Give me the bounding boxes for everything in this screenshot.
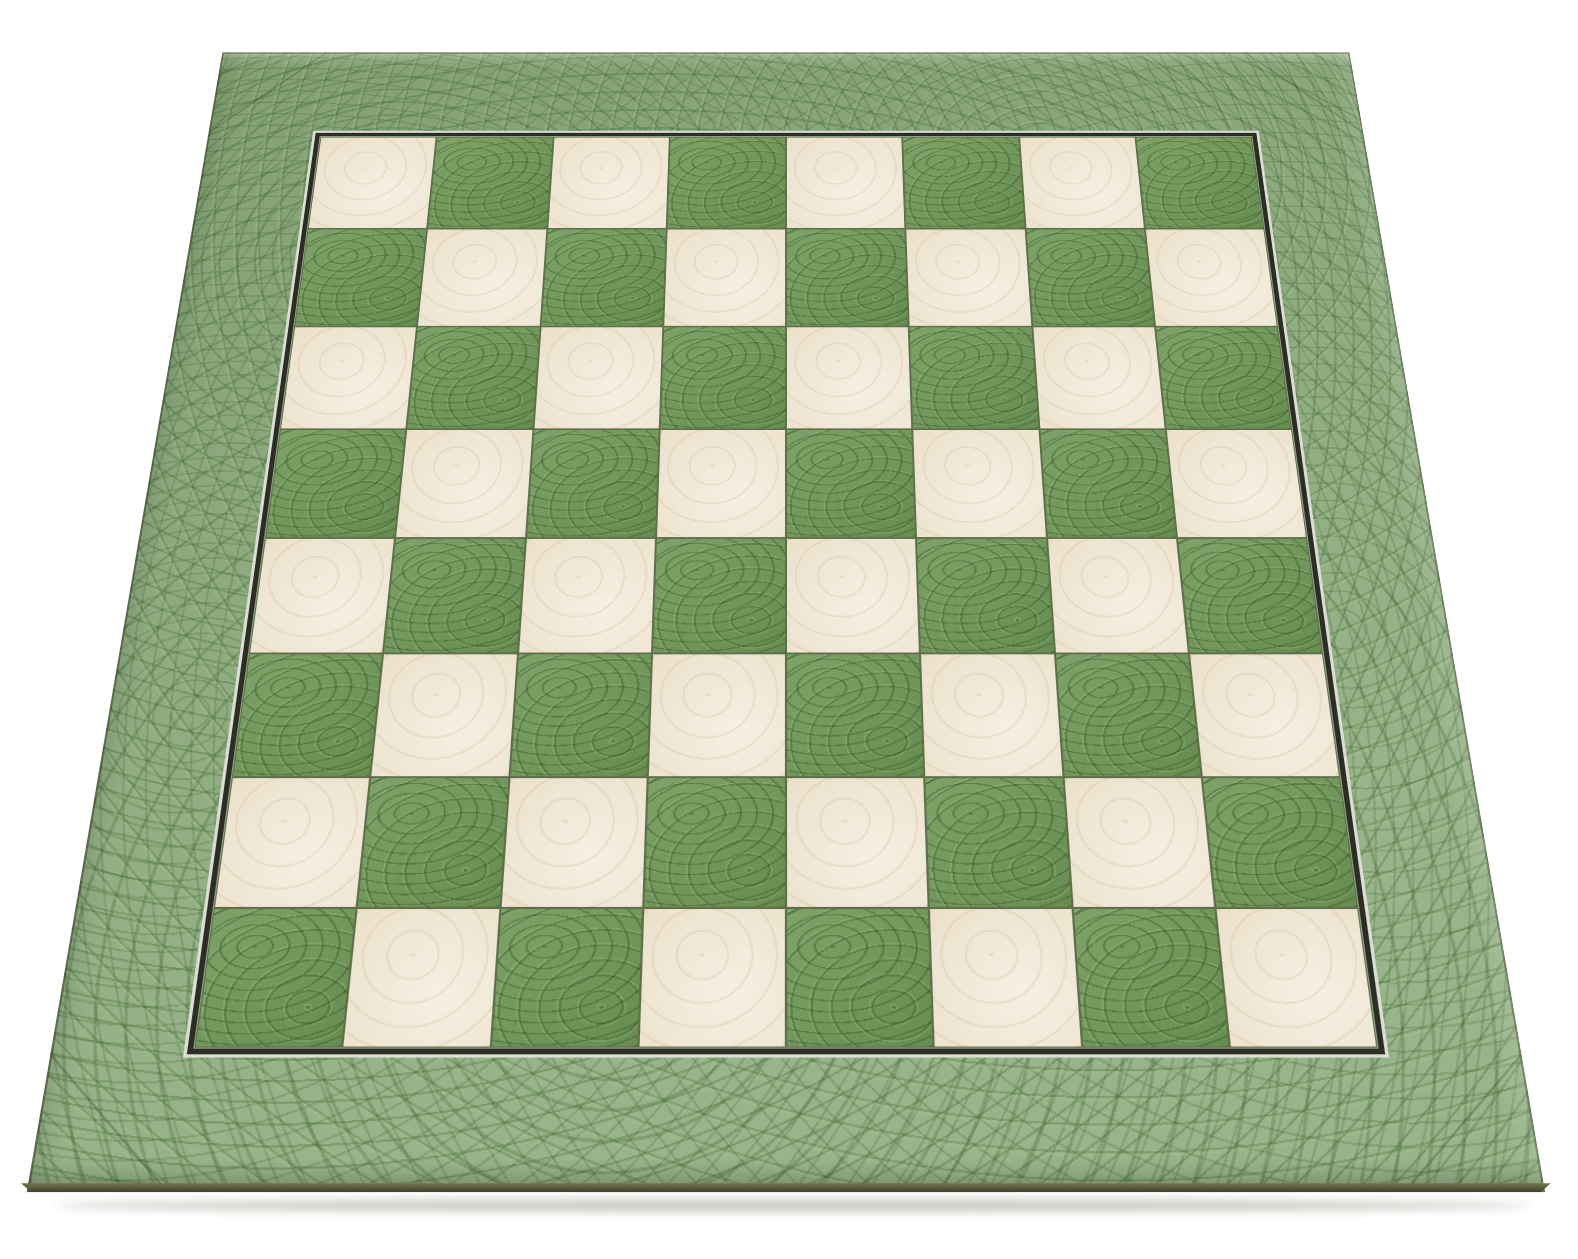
square-h4 [1178, 539, 1322, 653]
frame-miter-bottom-right [1385, 1054, 1545, 1192]
square-d1 [639, 909, 785, 1047]
square-e2 [787, 778, 928, 907]
square-e6 [787, 327, 912, 428]
square-b3 [372, 655, 517, 776]
square-g5 [1040, 430, 1176, 537]
square-d8 [667, 138, 785, 229]
square-d2 [644, 778, 785, 907]
square-b4 [384, 539, 524, 653]
square-e4 [787, 539, 919, 653]
chess-board [27, 52, 1546, 1192]
square-e8 [787, 138, 905, 229]
square-e5 [787, 430, 915, 537]
square-f4 [917, 539, 1053, 653]
square-f6 [910, 327, 1038, 428]
square-b7 [418, 230, 546, 326]
frame-miter-bottom-left [27, 1054, 187, 1192]
playing-area [196, 138, 1376, 1047]
square-d4 [653, 539, 785, 653]
square-h5 [1167, 430, 1306, 537]
board-inner-border [187, 133, 1385, 1055]
square-c3 [510, 655, 651, 776]
square-b1 [344, 909, 499, 1047]
frame-miter-top-right [1245, 52, 1363, 132]
square-g6 [1033, 327, 1165, 428]
board-shadow [55, 1199, 1530, 1212]
square-f3 [921, 655, 1062, 776]
square-a3 [233, 655, 382, 776]
square-f7 [907, 230, 1031, 326]
square-c6 [534, 327, 662, 428]
square-f5 [913, 430, 1045, 537]
square-h1 [1216, 909, 1376, 1047]
square-a4 [250, 539, 394, 653]
square-c2 [501, 778, 646, 907]
square-h7 [1146, 230, 1277, 326]
square-b6 [408, 327, 540, 428]
square-d3 [649, 655, 785, 776]
square-c1 [491, 909, 641, 1047]
square-d7 [664, 230, 785, 326]
square-b2 [358, 778, 508, 907]
square-e3 [787, 655, 923, 776]
square-f2 [926, 778, 1071, 907]
square-c5 [527, 430, 659, 537]
board-scene [139, 0, 1433, 1185]
square-b8 [428, 138, 552, 229]
square-h3 [1190, 655, 1339, 776]
board-edge-bottom [21, 1183, 1551, 1192]
square-e7 [787, 230, 908, 326]
square-b5 [396, 430, 532, 537]
square-c4 [519, 539, 655, 653]
square-g3 [1056, 655, 1201, 776]
square-g2 [1064, 778, 1214, 907]
square-h2 [1203, 778, 1357, 907]
square-c8 [548, 138, 669, 229]
square-c7 [541, 230, 665, 326]
square-g4 [1048, 539, 1188, 653]
square-a5 [266, 430, 405, 537]
square-d5 [657, 430, 785, 537]
square-a8 [309, 138, 436, 229]
square-f8 [903, 138, 1024, 229]
square-a7 [295, 230, 426, 326]
frame-miter-top-left [209, 52, 327, 132]
square-g8 [1020, 138, 1144, 229]
square-e1 [787, 909, 933, 1047]
square-g7 [1026, 230, 1154, 326]
photo-background [0, 0, 1578, 1259]
square-g1 [1073, 909, 1228, 1047]
square-d6 [661, 327, 786, 428]
square-f1 [930, 909, 1080, 1047]
square-h8 [1136, 138, 1263, 229]
square-a6 [281, 327, 416, 428]
board-frame [27, 52, 1546, 1192]
square-a2 [215, 778, 369, 907]
square-h6 [1156, 327, 1291, 428]
square-a1 [196, 909, 356, 1047]
